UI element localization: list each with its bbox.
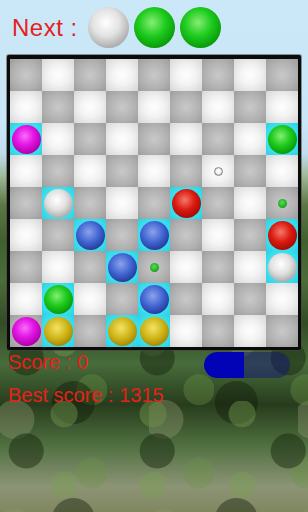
ball-magenta[interactable]	[12, 125, 41, 154]
cell-r0c3[interactable]	[106, 59, 138, 91]
cell-r6c3[interactable]	[106, 251, 138, 283]
cell-r3c4[interactable]	[138, 155, 170, 187]
cell-r3c3[interactable]	[106, 155, 138, 187]
cell-r5c6[interactable]	[202, 219, 234, 251]
ball-yellow[interactable]	[140, 317, 169, 346]
cell-r4c4[interactable]	[138, 187, 170, 219]
cell-r1c4[interactable]	[138, 91, 170, 123]
cell-r1c8[interactable]	[266, 91, 298, 123]
cell-r1c0[interactable]	[10, 91, 42, 123]
app-screen: Next : Score : 0 Best score : 1315	[0, 0, 308, 512]
ball-red[interactable]	[172, 189, 201, 218]
cell-r3c7[interactable]	[234, 155, 266, 187]
cell-r5c3[interactable]	[106, 219, 138, 251]
cell-r3c1[interactable]	[42, 155, 74, 187]
ball-green[interactable]	[44, 285, 73, 314]
cell-r6c2[interactable]	[74, 251, 106, 283]
cell-r5c0[interactable]	[10, 219, 42, 251]
cell-r1c2[interactable]	[74, 91, 106, 123]
progress-bar	[204, 352, 290, 378]
cell-r7c7[interactable]	[234, 283, 266, 315]
preview-dot-green	[150, 263, 159, 272]
next-balls-list	[88, 7, 221, 48]
cell-r3c6[interactable]	[202, 155, 234, 187]
ball-magenta[interactable]	[12, 317, 41, 346]
cell-r0c8[interactable]	[266, 59, 298, 91]
cell-r6c6[interactable]	[202, 251, 234, 283]
cell-r7c8[interactable]	[266, 283, 298, 315]
cell-r4c7[interactable]	[234, 187, 266, 219]
cell-r8c6[interactable]	[202, 315, 234, 347]
cell-r2c7[interactable]	[234, 123, 266, 155]
ball-green[interactable]	[268, 125, 297, 154]
cell-r8c1[interactable]	[42, 315, 74, 347]
cell-r7c0[interactable]	[10, 283, 42, 315]
ball-red[interactable]	[268, 221, 297, 250]
ball-blue[interactable]	[140, 221, 169, 250]
next-label: Next :	[12, 14, 78, 42]
cell-r6c0[interactable]	[10, 251, 42, 283]
cell-r2c0[interactable]	[10, 123, 42, 155]
ball-yellow[interactable]	[108, 317, 137, 346]
cell-r1c1[interactable]	[42, 91, 74, 123]
next-ball-green	[180, 7, 221, 48]
preview-dot-silver	[214, 167, 223, 176]
cell-r5c8[interactable]	[266, 219, 298, 251]
cell-r0c5[interactable]	[170, 59, 202, 91]
cell-r6c5[interactable]	[170, 251, 202, 283]
cell-r6c4[interactable]	[138, 251, 170, 283]
ball-blue[interactable]	[108, 253, 137, 282]
cell-r5c7[interactable]	[234, 219, 266, 251]
cell-r1c7[interactable]	[234, 91, 266, 123]
cell-r4c0[interactable]	[10, 187, 42, 219]
cell-r4c6[interactable]	[202, 187, 234, 219]
next-ball-green	[134, 7, 175, 48]
ball-silver[interactable]	[268, 253, 297, 282]
cell-r8c8[interactable]	[266, 315, 298, 347]
cell-r0c4[interactable]	[138, 59, 170, 91]
cell-r5c2[interactable]	[74, 219, 106, 251]
cell-r7c1[interactable]	[42, 283, 74, 315]
cell-r2c2[interactable]	[74, 123, 106, 155]
cell-r4c2[interactable]	[74, 187, 106, 219]
cell-r1c5[interactable]	[170, 91, 202, 123]
next-ball-silver	[88, 7, 129, 48]
cell-r5c4[interactable]	[138, 219, 170, 251]
ball-blue[interactable]	[140, 285, 169, 314]
board	[7, 55, 301, 350]
cell-r2c6[interactable]	[202, 123, 234, 155]
cell-r2c3[interactable]	[106, 123, 138, 155]
cell-r7c3[interactable]	[106, 283, 138, 315]
ball-blue[interactable]	[76, 221, 105, 250]
cell-r3c8[interactable]	[266, 155, 298, 187]
cell-r8c0[interactable]	[10, 315, 42, 347]
progress-bar-fill	[204, 352, 244, 378]
cell-r0c1[interactable]	[42, 59, 74, 91]
ball-silver[interactable]	[44, 189, 73, 218]
preview-dot-green	[278, 199, 287, 208]
best-score-text: Best score : 1315	[8, 384, 164, 407]
cell-r0c6[interactable]	[202, 59, 234, 91]
cell-r1c3[interactable]	[106, 91, 138, 123]
next-balls-bar: Next :	[12, 7, 221, 48]
cell-r7c6[interactable]	[202, 283, 234, 315]
cell-r6c1[interactable]	[42, 251, 74, 283]
cell-r4c8[interactable]	[266, 187, 298, 219]
cell-r4c3[interactable]	[106, 187, 138, 219]
cell-r8c3[interactable]	[106, 315, 138, 347]
cell-r3c2[interactable]	[74, 155, 106, 187]
cell-r8c4[interactable]	[138, 315, 170, 347]
cell-r6c7[interactable]	[234, 251, 266, 283]
cell-r7c5[interactable]	[170, 283, 202, 315]
cell-r7c4[interactable]	[138, 283, 170, 315]
cell-r0c7[interactable]	[234, 59, 266, 91]
cell-r4c1[interactable]	[42, 187, 74, 219]
cell-r5c1[interactable]	[42, 219, 74, 251]
ball-yellow[interactable]	[44, 317, 73, 346]
cell-r6c8[interactable]	[266, 251, 298, 283]
cell-r2c8[interactable]	[266, 123, 298, 155]
cell-r8c2[interactable]	[74, 315, 106, 347]
score-text: Score : 0	[8, 351, 88, 374]
cell-r4c5[interactable]	[170, 187, 202, 219]
cell-r8c7[interactable]	[234, 315, 266, 347]
cell-r5c5[interactable]	[170, 219, 202, 251]
cell-r8c5[interactable]	[170, 315, 202, 347]
cell-r0c2[interactable]	[74, 59, 106, 91]
cell-r1c6[interactable]	[202, 91, 234, 123]
board-grid	[10, 59, 298, 347]
cell-r2c1[interactable]	[42, 123, 74, 155]
cell-r0c0[interactable]	[10, 59, 42, 91]
cell-r2c4[interactable]	[138, 123, 170, 155]
cell-r3c5[interactable]	[170, 155, 202, 187]
cell-r2c5[interactable]	[170, 123, 202, 155]
cell-r7c2[interactable]	[74, 283, 106, 315]
cell-r3c0[interactable]	[10, 155, 42, 187]
